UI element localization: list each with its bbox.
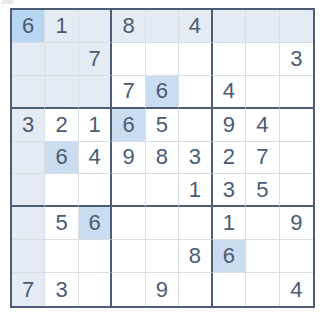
cell-r7c5[interactable] [146, 207, 179, 240]
cell-r5c3[interactable]: 4 [79, 142, 112, 175]
cell-r2c1[interactable] [12, 43, 45, 76]
cell-r4c9[interactable] [280, 109, 313, 142]
cell-r4c8[interactable]: 4 [246, 109, 279, 142]
cell-r5c6[interactable]: 3 [179, 142, 212, 175]
cell-r4c7[interactable]: 9 [213, 109, 246, 142]
cell-r3c8[interactable] [246, 76, 279, 109]
cell-r5c2[interactable]: 6 [45, 142, 78, 175]
cell-r2c9[interactable]: 3 [280, 43, 313, 76]
cell-r9c3[interactable] [79, 273, 112, 306]
cell-r1c9[interactable] [280, 10, 313, 43]
cell-r8c8[interactable] [246, 240, 279, 273]
cell-r9c9[interactable]: 4 [280, 273, 313, 306]
cell-r2c3[interactable]: 7 [79, 43, 112, 76]
cell-r9c2[interactable]: 3 [45, 273, 78, 306]
cell-r5c1[interactable] [12, 142, 45, 175]
cell-r2c6[interactable] [179, 43, 212, 76]
cell-r6c1[interactable] [12, 174, 45, 207]
cell-r3c6[interactable] [179, 76, 212, 109]
cell-r5c4[interactable]: 9 [112, 142, 145, 175]
cell-r8c3[interactable] [79, 240, 112, 273]
cell-r1c3[interactable] [79, 10, 112, 43]
cell-r9c4[interactable] [112, 273, 145, 306]
cell-r9c5[interactable]: 9 [146, 273, 179, 306]
cell-r7c6[interactable] [179, 207, 212, 240]
cell-r6c4[interactable] [112, 174, 145, 207]
cell-r3c3[interactable] [79, 76, 112, 109]
cell-r7c9[interactable]: 9 [280, 207, 313, 240]
cell-r4c2[interactable]: 2 [45, 109, 78, 142]
cell-r9c1[interactable]: 7 [12, 273, 45, 306]
cell-r1c2[interactable]: 1 [45, 10, 78, 43]
cell-r6c9[interactable] [280, 174, 313, 207]
cell-r9c8[interactable] [246, 273, 279, 306]
cell-r6c7[interactable]: 3 [213, 174, 246, 207]
sudoku-board: 618473764321659464983271355619867394 [10, 8, 315, 308]
cell-r5c9[interactable] [280, 142, 313, 175]
cell-r6c2[interactable] [45, 174, 78, 207]
cell-r8c2[interactable] [45, 240, 78, 273]
cell-r2c8[interactable] [246, 43, 279, 76]
cell-r9c6[interactable] [179, 273, 212, 306]
sudoku-app-canvas: 618473764321659464983271355619867394 [0, 0, 322, 317]
cell-r4c6[interactable] [179, 109, 212, 142]
cell-r6c3[interactable] [79, 174, 112, 207]
cell-r7c7[interactable]: 1 [213, 207, 246, 240]
cell-r1c4[interactable]: 8 [112, 10, 145, 43]
cell-r3c7[interactable]: 4 [213, 76, 246, 109]
cell-r1c6[interactable]: 4 [179, 10, 212, 43]
cell-r6c8[interactable]: 5 [246, 174, 279, 207]
cell-r8c7[interactable]: 6 [213, 240, 246, 273]
cell-r3c4[interactable]: 7 [112, 76, 145, 109]
cell-r8c6[interactable]: 8 [179, 240, 212, 273]
cell-r8c5[interactable] [146, 240, 179, 273]
cell-r7c2[interactable]: 5 [45, 207, 78, 240]
cell-r4c4[interactable]: 6 [112, 109, 145, 142]
cell-r1c8[interactable] [246, 10, 279, 43]
cell-r3c1[interactable] [12, 76, 45, 109]
cell-r7c4[interactable] [112, 207, 145, 240]
cell-r1c1[interactable]: 6 [12, 10, 45, 43]
cell-r4c3[interactable]: 1 [79, 109, 112, 142]
cell-r2c2[interactable] [45, 43, 78, 76]
cell-r4c5[interactable]: 5 [146, 109, 179, 142]
cell-r5c8[interactable]: 7 [246, 142, 279, 175]
cell-r6c6[interactable]: 1 [179, 174, 212, 207]
cell-r6c5[interactable] [146, 174, 179, 207]
cell-r8c9[interactable] [280, 240, 313, 273]
cell-r2c7[interactable] [213, 43, 246, 76]
cell-r7c3[interactable]: 6 [79, 207, 112, 240]
cell-r4c1[interactable]: 3 [12, 109, 45, 142]
cell-r3c5[interactable]: 6 [146, 76, 179, 109]
cell-r2c4[interactable] [112, 43, 145, 76]
cell-r3c2[interactable] [45, 76, 78, 109]
cell-r3c9[interactable] [280, 76, 313, 109]
cell-r8c1[interactable] [12, 240, 45, 273]
cell-r5c5[interactable]: 8 [146, 142, 179, 175]
cell-r2c5[interactable] [146, 43, 179, 76]
cell-r9c7[interactable] [213, 273, 246, 306]
cell-r7c1[interactable] [12, 207, 45, 240]
cell-r5c7[interactable]: 2 [213, 142, 246, 175]
cell-r1c5[interactable] [146, 10, 179, 43]
cell-r7c8[interactable] [246, 207, 279, 240]
cutoff-ui-fragment [2, 0, 13, 4]
cell-r1c7[interactable] [213, 10, 246, 43]
cell-r8c4[interactable] [112, 240, 145, 273]
